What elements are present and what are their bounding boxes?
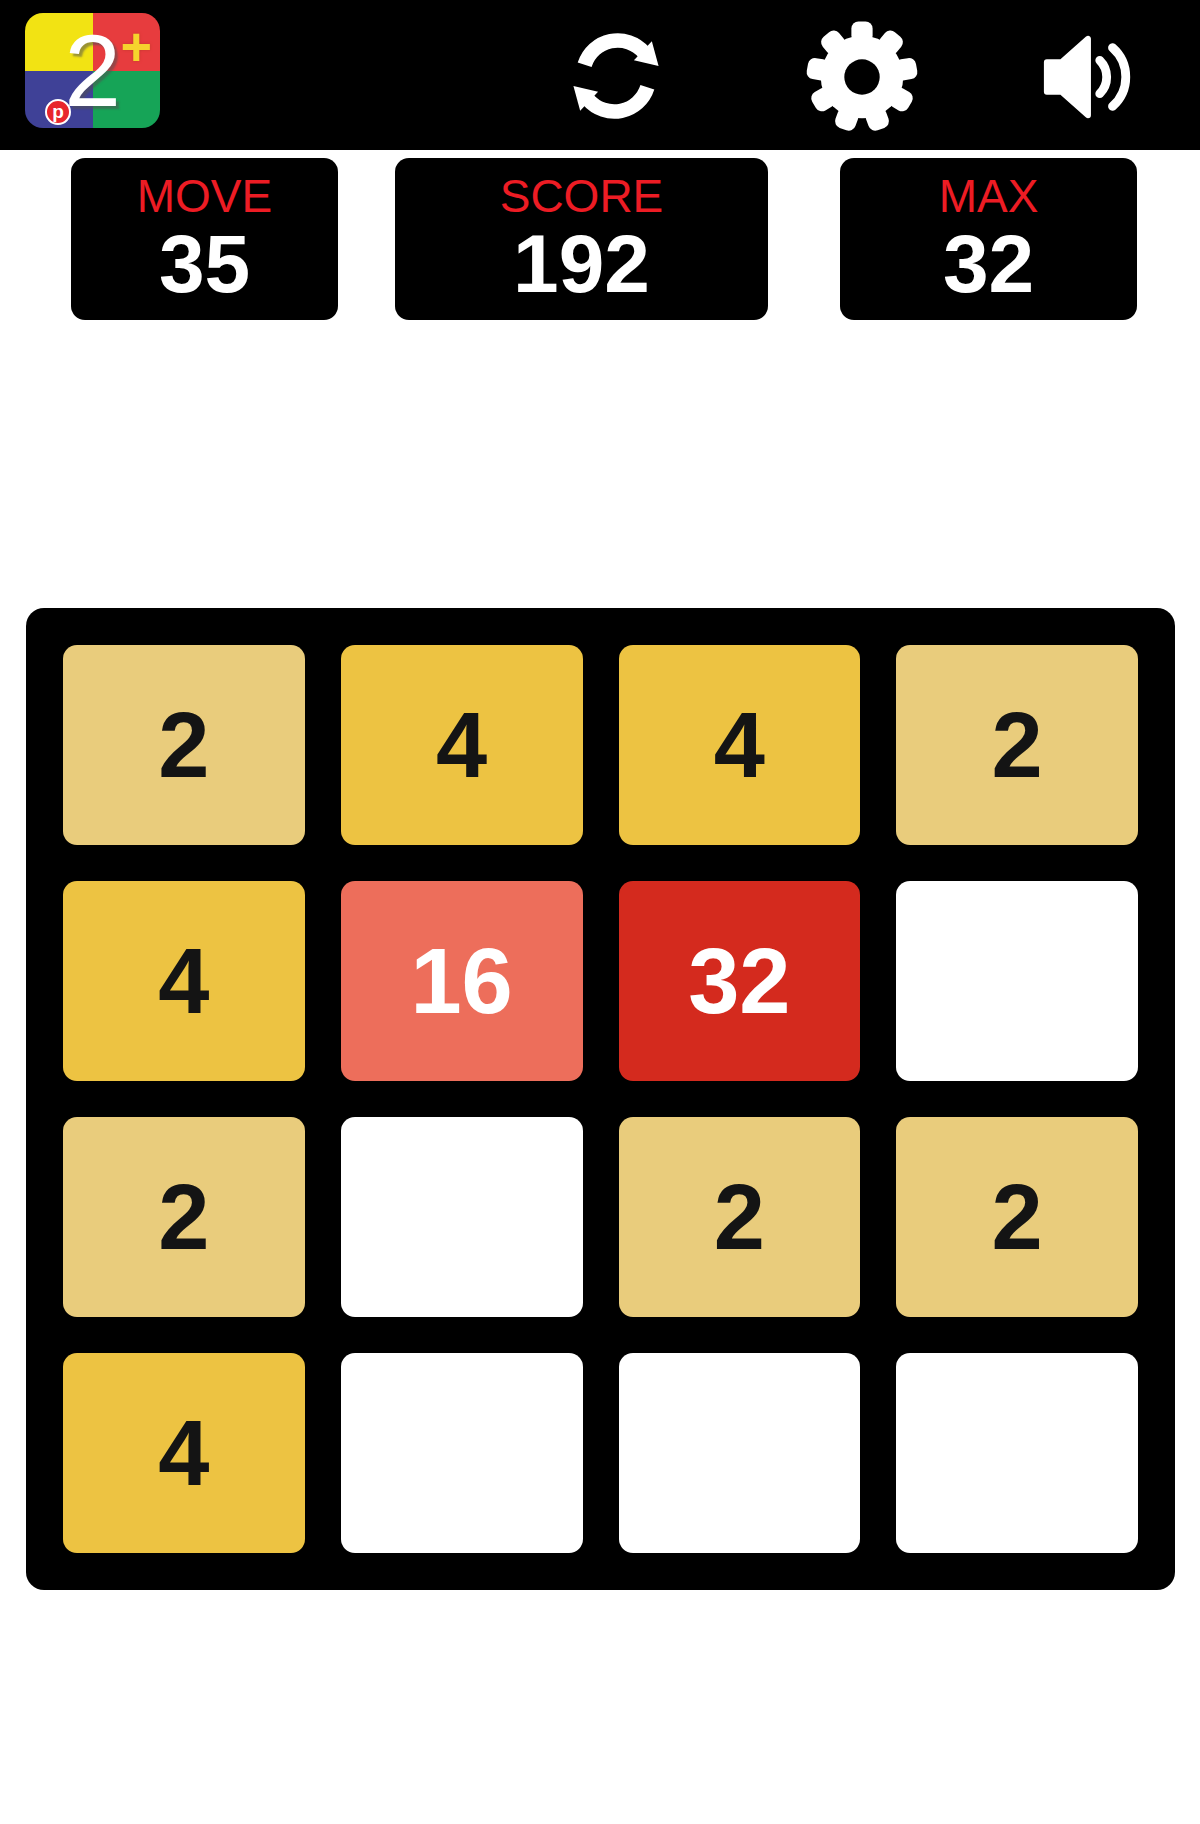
top-bar: 2 + p [0, 0, 1200, 150]
settings-button[interactable] [803, 18, 921, 136]
restart-button[interactable] [560, 20, 672, 132]
app-logo: 2 + p [25, 13, 160, 128]
tile-4: 4 [619, 645, 861, 845]
empty-cell [896, 881, 1138, 1081]
logo-plus: + [120, 19, 152, 73]
speaker-icon [1036, 28, 1140, 126]
tile-32: 32 [619, 881, 861, 1081]
gear-icon [803, 18, 921, 136]
empty-cell [341, 1117, 583, 1317]
move-value: 35 [159, 223, 250, 305]
score-stat-box: SCORE 192 [395, 158, 768, 320]
score-value: 192 [513, 223, 650, 305]
logo-badge: p [45, 99, 71, 125]
max-label: MAX [939, 173, 1039, 220]
tile-4: 4 [63, 1353, 305, 1553]
tile-2: 2 [63, 1117, 305, 1317]
move-label: MOVE [137, 173, 272, 220]
board[interactable]: 2442416322224 [26, 608, 1175, 1590]
tile-16: 16 [341, 881, 583, 1081]
refresh-icon [560, 20, 672, 132]
max-value: 32 [943, 223, 1034, 305]
sound-button[interactable] [1036, 28, 1140, 126]
tile-2: 2 [63, 645, 305, 845]
tile-2: 2 [896, 645, 1138, 845]
empty-cell [896, 1353, 1138, 1553]
tile-4: 4 [341, 645, 583, 845]
score-label: SCORE [500, 173, 664, 220]
empty-cell [619, 1353, 861, 1553]
tile-4: 4 [63, 881, 305, 1081]
tile-2: 2 [619, 1117, 861, 1317]
empty-cell [341, 1353, 583, 1553]
tile-2: 2 [896, 1117, 1138, 1317]
move-stat-box: MOVE 35 [71, 158, 338, 320]
max-stat-box: MAX 32 [840, 158, 1137, 320]
